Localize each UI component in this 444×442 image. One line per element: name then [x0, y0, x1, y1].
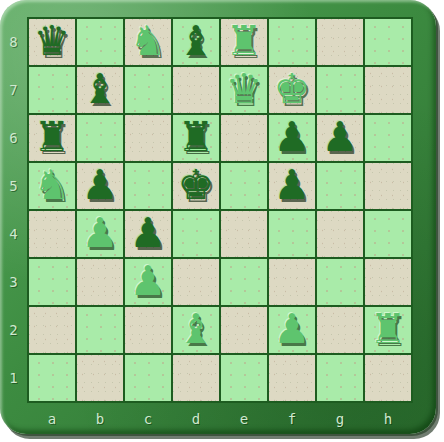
file-label-g: g — [317, 407, 363, 431]
square-e3[interactable] — [221, 259, 267, 305]
rank-label-2: 2 — [0, 307, 27, 353]
square-a7[interactable] — [29, 67, 75, 113]
square-d2[interactable]: ♝ — [173, 307, 219, 353]
square-d8[interactable]: ♝ — [173, 19, 219, 65]
chess-app: 87654321 abcdefgh ♛♞♝♜♝♛♚♜♜♟♟♞♟♚♟♟♟♟♝♟♜ — [0, 0, 444, 442]
rank-label-7: 7 — [0, 67, 27, 113]
square-c7[interactable] — [125, 67, 171, 113]
square-h6[interactable] — [365, 115, 411, 161]
square-c6[interactable] — [125, 115, 171, 161]
square-f4[interactable] — [269, 211, 315, 257]
square-b1[interactable] — [77, 355, 123, 401]
black-queen-piece: ♛ — [34, 18, 71, 64]
square-g4[interactable] — [317, 211, 363, 257]
square-g2[interactable] — [317, 307, 363, 353]
square-b3[interactable] — [77, 259, 123, 305]
square-a5[interactable]: ♞ — [29, 163, 75, 209]
square-c1[interactable] — [125, 355, 171, 401]
rank-label-6: 6 — [0, 115, 27, 161]
square-f6[interactable]: ♟ — [269, 115, 315, 161]
black-pawn-piece: ♟ — [322, 114, 359, 160]
black-rook-piece: ♜ — [178, 114, 215, 160]
square-f5[interactable]: ♟ — [269, 163, 315, 209]
chess-board-frame: 87654321 abcdefgh ♛♞♝♜♝♛♚♜♜♟♟♞♟♚♟♟♟♟♝♟♜ — [0, 0, 436, 434]
rank-label-4: 4 — [0, 211, 27, 257]
square-a4[interactable] — [29, 211, 75, 257]
black-pawn-piece: ♟ — [274, 114, 311, 160]
file-label-h: h — [365, 407, 411, 431]
file-label-f: f — [269, 407, 315, 431]
white-knight-piece: ♞ — [34, 162, 71, 208]
square-c4[interactable]: ♟ — [125, 211, 171, 257]
square-f1[interactable] — [269, 355, 315, 401]
square-c2[interactable] — [125, 307, 171, 353]
square-c3[interactable]: ♟ — [125, 259, 171, 305]
black-pawn-piece: ♟ — [274, 162, 311, 208]
white-king-piece: ♚ — [274, 66, 311, 112]
square-g8[interactable] — [317, 19, 363, 65]
square-a2[interactable] — [29, 307, 75, 353]
white-queen-piece: ♛ — [226, 66, 263, 112]
square-g7[interactable] — [317, 67, 363, 113]
square-d4[interactable] — [173, 211, 219, 257]
square-e1[interactable] — [221, 355, 267, 401]
rank-label-8: 8 — [0, 19, 27, 65]
file-label-e: e — [221, 407, 267, 431]
white-pawn-piece: ♟ — [130, 258, 167, 304]
square-e8[interactable]: ♜ — [221, 19, 267, 65]
white-rook-piece: ♜ — [370, 306, 407, 352]
chess-board: ♛♞♝♜♝♛♚♜♜♟♟♞♟♚♟♟♟♟♝♟♜ — [27, 17, 413, 403]
white-bishop-piece: ♝ — [178, 306, 215, 352]
square-e5[interactable] — [221, 163, 267, 209]
square-a1[interactable] — [29, 355, 75, 401]
square-f8[interactable] — [269, 19, 315, 65]
square-h1[interactable] — [365, 355, 411, 401]
square-h2[interactable]: ♜ — [365, 307, 411, 353]
file-label-a: a — [29, 407, 75, 431]
file-label-d: d — [173, 407, 219, 431]
square-b7[interactable]: ♝ — [77, 67, 123, 113]
square-g3[interactable] — [317, 259, 363, 305]
white-pawn-piece: ♟ — [274, 306, 311, 352]
square-b4[interactable]: ♟ — [77, 211, 123, 257]
square-d5[interactable]: ♚ — [173, 163, 219, 209]
square-h3[interactable] — [365, 259, 411, 305]
square-c5[interactable] — [125, 163, 171, 209]
square-h8[interactable] — [365, 19, 411, 65]
square-h7[interactable] — [365, 67, 411, 113]
square-g5[interactable] — [317, 163, 363, 209]
square-g1[interactable] — [317, 355, 363, 401]
square-a8[interactable]: ♛ — [29, 19, 75, 65]
rank-label-5: 5 — [0, 163, 27, 209]
black-pawn-piece: ♟ — [130, 210, 167, 256]
square-e7[interactable]: ♛ — [221, 67, 267, 113]
black-rook-piece: ♜ — [34, 114, 71, 160]
square-d3[interactable] — [173, 259, 219, 305]
file-label-c: c — [125, 407, 171, 431]
square-e6[interactable] — [221, 115, 267, 161]
white-rook-piece: ♜ — [226, 18, 263, 64]
square-e4[interactable] — [221, 211, 267, 257]
square-h5[interactable] — [365, 163, 411, 209]
square-b8[interactable] — [77, 19, 123, 65]
rank-label-3: 3 — [0, 259, 27, 305]
square-h4[interactable] — [365, 211, 411, 257]
square-f7[interactable]: ♚ — [269, 67, 315, 113]
white-knight-piece: ♞ — [130, 18, 167, 64]
black-pawn-piece: ♟ — [82, 162, 119, 208]
square-d1[interactable] — [173, 355, 219, 401]
square-d6[interactable]: ♜ — [173, 115, 219, 161]
rank-label-1: 1 — [0, 355, 27, 401]
square-a3[interactable] — [29, 259, 75, 305]
black-bishop-piece: ♝ — [178, 18, 215, 64]
white-pawn-piece: ♟ — [82, 210, 119, 256]
square-b6[interactable] — [77, 115, 123, 161]
square-e2[interactable] — [221, 307, 267, 353]
square-a6[interactable]: ♜ — [29, 115, 75, 161]
file-label-b: b — [77, 407, 123, 431]
rank-labels: 87654321 — [0, 19, 27, 401]
square-b5[interactable]: ♟ — [77, 163, 123, 209]
file-labels: abcdefgh — [29, 407, 411, 431]
square-c8[interactable]: ♞ — [125, 19, 171, 65]
square-f2[interactable]: ♟ — [269, 307, 315, 353]
square-g6[interactable]: ♟ — [317, 115, 363, 161]
square-b2[interactable] — [77, 307, 123, 353]
black-king-piece: ♚ — [178, 162, 215, 208]
square-d7[interactable] — [173, 67, 219, 113]
black-bishop-piece: ♝ — [82, 66, 119, 112]
square-f3[interactable] — [269, 259, 315, 305]
